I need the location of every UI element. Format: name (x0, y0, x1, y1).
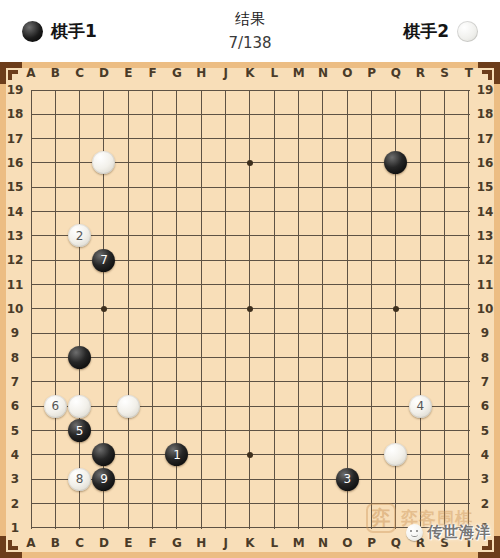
grid-line (31, 114, 470, 115)
coord-label-right: 4 (475, 447, 495, 463)
corner-ornament-part (8, 540, 12, 550)
white-stone-icon (457, 21, 478, 42)
coord-label-left: 5 (5, 423, 25, 439)
stone-D16 (92, 151, 115, 174)
grid-line (347, 90, 348, 529)
coord-label-bottom: G (168, 535, 186, 551)
grid-line (31, 357, 470, 358)
stone-C3: 8 (68, 468, 91, 491)
move-number: 4 (416, 400, 424, 412)
stone-O3: 3 (336, 468, 359, 491)
stone-G4: 1 (165, 443, 188, 466)
coord-label-right: 17 (475, 131, 495, 147)
coord-label-bottom: E (119, 535, 137, 551)
stone-C6 (68, 395, 91, 418)
coord-label-left: 18 (5, 106, 25, 122)
coord-label-bottom: B (46, 535, 64, 551)
grid-line (55, 90, 56, 529)
grid-line (31, 187, 470, 188)
stone-Q4 (384, 443, 407, 466)
move-number: 7 (100, 254, 108, 266)
coord-label-top: D (95, 65, 113, 81)
grid-line (152, 90, 153, 529)
coord-label-top: Q (387, 65, 405, 81)
move-number: 3 (343, 473, 351, 485)
stone-D4 (92, 443, 115, 466)
coord-label-left: 17 (5, 131, 25, 147)
corner-ornament-icon (476, 62, 500, 86)
coord-label-left: 3 (5, 471, 25, 487)
stone-R6: 4 (409, 395, 432, 418)
grid-line (468, 90, 469, 529)
star-point (101, 306, 107, 312)
coord-label-right: 7 (475, 374, 495, 390)
grid-line (31, 527, 470, 528)
coord-label-bottom: F (144, 535, 162, 551)
coord-label-bottom: K (241, 535, 259, 551)
coord-label-left: 12 (5, 252, 25, 268)
player1-name: 棋手1 (51, 20, 97, 43)
coord-label-right: 12 (475, 252, 495, 268)
coord-label-top: C (71, 65, 89, 81)
grid-line (31, 284, 470, 285)
coord-label-right: 3 (475, 471, 495, 487)
coord-label-top: K (241, 65, 259, 81)
coord-label-top: H (192, 65, 210, 81)
grid-line (444, 90, 445, 529)
grid-line (31, 90, 32, 529)
stone-B6: 6 (44, 395, 67, 418)
coord-label-top: O (338, 65, 356, 81)
player2: 棋手2 (403, 20, 478, 43)
grid-line (128, 90, 129, 529)
star-point (393, 306, 399, 312)
corner-ornament-part (8, 70, 12, 80)
star-point (247, 160, 253, 166)
coord-label-right: 6 (475, 398, 495, 414)
corner-ornament-icon (0, 62, 24, 86)
coord-label-right: 9 (475, 325, 495, 341)
coord-label-left: 13 (5, 228, 25, 244)
corner-ornament-part (488, 70, 492, 80)
move-number: 1 (173, 449, 181, 461)
grid-line (31, 90, 470, 91)
coord-label-bottom: A (22, 535, 40, 551)
coord-label-top: N (314, 65, 332, 81)
grid-line (31, 333, 470, 334)
grid-line (298, 90, 299, 529)
header: 棋手1 结果 7/138 棋手2 (0, 0, 500, 62)
go-board[interactable]: 弈 弈客围棋 传世海洋 AABBCCDDEEFFGGHHJJKKLLMMNNOO… (0, 62, 500, 558)
white-stone-face-icon (406, 524, 423, 541)
corner-ornament-part (494, 536, 500, 558)
stone-D12: 7 (92, 249, 115, 272)
coord-label-right: 8 (475, 350, 495, 366)
stone-Q16 (384, 151, 407, 174)
result-block: 结果 7/138 (228, 10, 271, 52)
coord-label-left: 15 (5, 179, 25, 195)
stone-D3: 9 (92, 468, 115, 491)
coord-label-left: 2 (5, 496, 25, 512)
coord-label-top: B (46, 65, 64, 81)
grid-line (31, 381, 470, 382)
coord-label-right: 10 (475, 301, 495, 317)
player2-name: 棋手2 (403, 20, 449, 43)
coord-label-right: 13 (475, 228, 495, 244)
grid-line (31, 235, 470, 236)
grid-line (31, 138, 470, 139)
stone-C13: 2 (68, 224, 91, 247)
stone-C8 (68, 346, 91, 369)
grid-line (31, 430, 470, 431)
coord-label-bottom: C (71, 535, 89, 551)
user-watermark-text: 传世海洋 (427, 523, 491, 542)
grid-line (371, 90, 372, 529)
coord-label-left: 10 (5, 301, 25, 317)
coord-label-top: M (290, 65, 308, 81)
grid-line (31, 503, 470, 504)
coord-label-top: A (22, 65, 40, 81)
coord-label-right: 11 (475, 277, 495, 293)
grid-line (79, 90, 80, 529)
coord-label-left: 14 (5, 204, 25, 220)
move-counter: 7/138 (228, 34, 271, 52)
grid-line (225, 90, 226, 529)
corner-ornament-part (494, 62, 500, 84)
coord-label-top: E (119, 65, 137, 81)
grid-line (420, 90, 421, 529)
coord-label-top: S (436, 65, 454, 81)
coord-label-top: G (168, 65, 186, 81)
move-number: 8 (76, 473, 84, 485)
coord-label-bottom: N (314, 535, 332, 551)
coord-label-left: 11 (5, 277, 25, 293)
coord-label-bottom: Q (387, 535, 405, 551)
app-screen: 棋手1 结果 7/138 棋手2 弈 弈客围棋 传世海洋 AABBCCDDEEF… (0, 0, 500, 558)
coord-label-bottom: D (95, 535, 113, 551)
coord-label-left: 6 (5, 398, 25, 414)
coord-label-bottom: O (338, 535, 356, 551)
board-frame-bottom (0, 552, 500, 558)
coord-label-top: L (265, 65, 283, 81)
coord-label-top: F (144, 65, 162, 81)
coord-label-bottom: M (290, 535, 308, 551)
corner-ornament-part (0, 62, 6, 84)
grid-line (31, 406, 470, 407)
grid-line (31, 211, 470, 212)
stone-E6 (117, 395, 140, 418)
coord-label-right: 16 (475, 155, 495, 171)
user-watermark: 传世海洋 (406, 523, 491, 542)
coord-label-right: 5 (475, 423, 495, 439)
move-number: 5 (76, 425, 84, 437)
coord-label-top: R (411, 65, 429, 81)
star-point (247, 452, 253, 458)
coord-label-top: P (363, 65, 381, 81)
grid-line (274, 90, 275, 529)
coord-label-bottom: H (192, 535, 210, 551)
move-number: 9 (100, 473, 108, 485)
coord-label-bottom: L (265, 535, 283, 551)
coord-label-right: 14 (475, 204, 495, 220)
coord-label-right: 18 (475, 106, 495, 122)
coord-label-left: 4 (5, 447, 25, 463)
coord-label-right: 15 (475, 179, 495, 195)
grid-line (322, 90, 323, 529)
coord-label-bottom: P (363, 535, 381, 551)
stone-C5: 5 (68, 419, 91, 442)
black-stone-icon (22, 21, 43, 42)
star-point (247, 306, 253, 312)
result-button[interactable]: 结果 (228, 10, 271, 29)
coord-label-left: 7 (5, 374, 25, 390)
player1: 棋手1 (22, 20, 97, 43)
move-number: 6 (52, 400, 60, 412)
corner-ornament-part (0, 536, 6, 558)
coord-label-left: 9 (5, 325, 25, 341)
coord-label-left: 8 (5, 350, 25, 366)
corner-ornament-icon (0, 534, 24, 558)
coord-label-left: 16 (5, 155, 25, 171)
coord-label-right: 2 (475, 496, 495, 512)
grid-line (201, 90, 202, 529)
move-number: 2 (76, 230, 84, 242)
coord-label-top: J (217, 65, 235, 81)
coord-label-bottom: J (217, 535, 235, 551)
